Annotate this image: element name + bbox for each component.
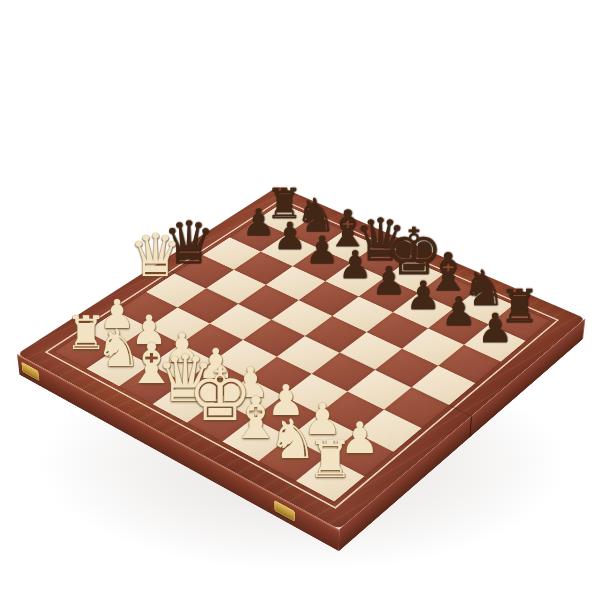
product-photo-stage: ♜♞♝♛♚♝♞♜♟♟♟♟♟♟♟♟♟♟♟♟♟♟♟♟♜♞♝♛♚♝♞♜♛♛ [0,0,600,600]
fold-seam-edge-crack [469,416,472,438]
chess-board [17,186,585,530]
board-edge-highlight [582,318,585,340]
scene-3d [0,0,600,600]
